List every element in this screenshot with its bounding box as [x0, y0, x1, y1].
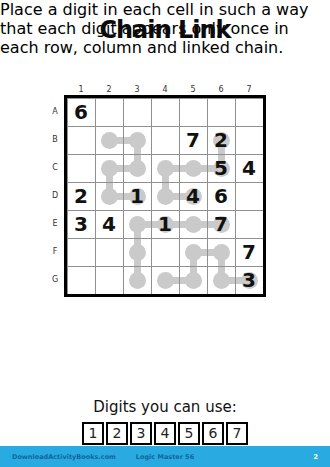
cell-F1[interactable]	[67, 238, 95, 266]
cell-E7[interactable]	[235, 210, 263, 238]
cell-C5[interactable]	[179, 154, 207, 182]
cell-F3[interactable]	[123, 238, 151, 266]
cell-B3[interactable]	[123, 126, 151, 154]
cell-E5[interactable]	[179, 210, 207, 238]
digit-box-4: 4	[154, 422, 176, 445]
board: 672542146341773	[64, 95, 266, 297]
cell-G4[interactable]	[151, 266, 179, 294]
cell-C6: 5	[207, 154, 235, 182]
cell-F7: 7	[235, 238, 263, 266]
row-label-B: B	[48, 126, 62, 154]
footer-page-number: 2	[313, 453, 318, 461]
cell-A6[interactable]	[207, 98, 235, 126]
cell-G5[interactable]	[179, 266, 207, 294]
cell-A3[interactable]	[123, 98, 151, 126]
cell-D5: 4	[179, 182, 207, 210]
row-label-D: D	[48, 182, 62, 210]
cell-B2[interactable]	[95, 126, 123, 154]
cell-G3[interactable]	[123, 266, 151, 294]
cell-D4[interactable]	[151, 182, 179, 210]
cell-C3[interactable]	[123, 154, 151, 182]
footer-book-title: Logic Master 56	[0, 453, 330, 461]
cell-B4[interactable]	[151, 126, 179, 154]
cells-layer: 672542146341773	[67, 98, 263, 294]
cell-B1[interactable]	[67, 126, 95, 154]
digit-box-2: 2	[106, 422, 128, 445]
cell-G7: 3	[235, 266, 263, 294]
cell-A2[interactable]	[95, 98, 123, 126]
cell-A4[interactable]	[151, 98, 179, 126]
digit-box-1: 1	[82, 422, 104, 445]
digit-box-5: 5	[178, 422, 200, 445]
cell-C1[interactable]	[67, 154, 95, 182]
cell-D3: 1	[123, 182, 151, 210]
cell-G2[interactable]	[95, 266, 123, 294]
digit-box-7: 7	[226, 422, 248, 445]
cell-C4[interactable]	[151, 154, 179, 182]
row-label-G: G	[48, 266, 62, 294]
cell-G6[interactable]	[207, 266, 235, 294]
cell-A7[interactable]	[235, 98, 263, 126]
cell-A5[interactable]	[179, 98, 207, 126]
cell-C2[interactable]	[95, 154, 123, 182]
digit-boxes: 1234567	[0, 422, 330, 445]
row-label-F: F	[48, 238, 62, 266]
cell-B5: 7	[179, 126, 207, 154]
cell-B7[interactable]	[235, 126, 263, 154]
cell-A1: 6	[67, 98, 95, 126]
footer-bar: DownloadActivityBooks.com Logic Master 5…	[0, 446, 330, 467]
cell-E1: 3	[67, 210, 95, 238]
cell-F2[interactable]	[95, 238, 123, 266]
cell-G1[interactable]	[67, 266, 95, 294]
cell-E6: 7	[207, 210, 235, 238]
cell-C7: 4	[235, 154, 263, 182]
cell-D6: 6	[207, 182, 235, 210]
row-label-E: E	[48, 210, 62, 238]
cell-F4[interactable]	[151, 238, 179, 266]
digit-box-3: 3	[130, 422, 152, 445]
page-title: Chain Link	[0, 16, 330, 44]
row-label-C: C	[48, 154, 62, 182]
page: Chain Link Place a digit in each cell in…	[0, 0, 330, 467]
digits-heading: Digits you can use:	[0, 398, 330, 416]
cell-E2: 4	[95, 210, 123, 238]
digit-box-6: 6	[202, 422, 224, 445]
cell-F5[interactable]	[179, 238, 207, 266]
row-label-A: A	[48, 98, 62, 126]
cell-D7[interactable]	[235, 182, 263, 210]
cell-E3[interactable]	[123, 210, 151, 238]
cell-B6: 2	[207, 126, 235, 154]
cell-F6[interactable]	[207, 238, 235, 266]
cell-E4: 1	[151, 210, 179, 238]
cell-D2[interactable]	[95, 182, 123, 210]
cell-D1: 2	[67, 182, 95, 210]
